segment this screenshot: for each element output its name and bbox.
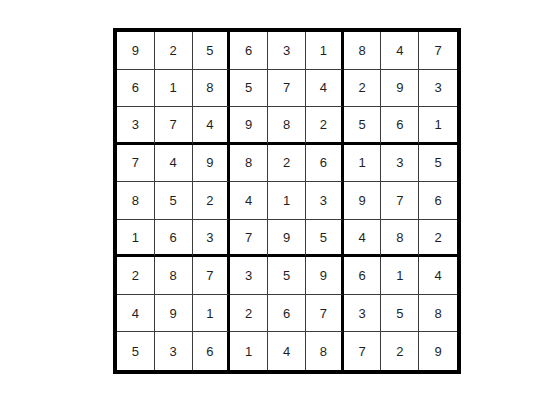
sudoku-cell-r3c7: 5 (344, 107, 382, 145)
sudoku-cell-r6c8: 8 (381, 220, 419, 258)
sudoku-cell-r3c8: 6 (381, 107, 419, 145)
sudoku-cell-r8c8: 5 (381, 295, 419, 333)
sudoku-cell-r5c6: 3 (306, 182, 344, 220)
sudoku-cell-r9c7: 7 (344, 332, 382, 370)
sudoku-cell-r4c1: 7 (117, 145, 155, 183)
sudoku-cell-r6c4: 7 (230, 220, 268, 258)
sudoku-cell-r2c5: 7 (268, 70, 306, 108)
sudoku-cell-r9c1: 5 (117, 332, 155, 370)
sudoku-cell-r8c1: 4 (117, 295, 155, 333)
sudoku-cell-r8c3: 1 (193, 295, 231, 333)
sudoku-cell-r1c4: 6 (230, 32, 268, 70)
sudoku-cell-r3c5: 8 (268, 107, 306, 145)
sudoku-cell-r1c7: 8 (344, 32, 382, 70)
sudoku-cell-r1c5: 3 (268, 32, 306, 70)
sudoku-cell-r6c2: 6 (155, 220, 193, 258)
sudoku-cell-r7c7: 6 (344, 257, 382, 295)
sudoku-cell-r9c2: 3 (155, 332, 193, 370)
sudoku-cell-r9c3: 6 (193, 332, 231, 370)
sudoku-cell-r1c1: 9 (117, 32, 155, 70)
sudoku-cell-r9c8: 2 (381, 332, 419, 370)
sudoku-cell-r7c6: 9 (306, 257, 344, 295)
sudoku-cell-r8c4: 2 (230, 295, 268, 333)
sudoku-cell-r2c4: 5 (230, 70, 268, 108)
sudoku-cell-r5c1: 8 (117, 182, 155, 220)
sudoku-cell-r3c6: 2 (306, 107, 344, 145)
sudoku-cell-r4c2: 4 (155, 145, 193, 183)
sudoku-cell-r6c5: 9 (268, 220, 306, 258)
sudoku-cell-r8c6: 7 (306, 295, 344, 333)
sudoku-cell-r4c3: 9 (193, 145, 231, 183)
sudoku-cell-r3c1: 3 (117, 107, 155, 145)
sudoku-cell-r7c4: 3 (230, 257, 268, 295)
sudoku-cell-r2c1: 6 (117, 70, 155, 108)
sudoku-cell-r8c9: 8 (419, 295, 457, 333)
sudoku-cell-r1c6: 1 (306, 32, 344, 70)
sudoku-cell-r3c4: 9 (230, 107, 268, 145)
sudoku-cell-r2c7: 2 (344, 70, 382, 108)
sudoku-cell-r8c2: 9 (155, 295, 193, 333)
sudoku-cell-r2c9: 3 (419, 70, 457, 108)
sudoku-cell-r7c8: 1 (381, 257, 419, 295)
sudoku-cell-r9c9: 9 (419, 332, 457, 370)
sudoku-cell-r8c7: 3 (344, 295, 382, 333)
sudoku-cell-r5c7: 9 (344, 182, 382, 220)
sudoku-cell-r5c4: 4 (230, 182, 268, 220)
sudoku-cell-r8c5: 6 (268, 295, 306, 333)
sudoku-cell-r4c4: 8 (230, 145, 268, 183)
sudoku-cell-r7c1: 2 (117, 257, 155, 295)
sudoku-cell-r4c6: 6 (306, 145, 344, 183)
sudoku-cell-r6c9: 2 (419, 220, 457, 258)
sudoku-cell-r2c3: 8 (193, 70, 231, 108)
sudoku-cell-r4c8: 3 (381, 145, 419, 183)
sudoku-cell-r7c9: 4 (419, 257, 457, 295)
sudoku-cell-r5c5: 1 (268, 182, 306, 220)
sudoku-cell-r7c2: 8 (155, 257, 193, 295)
sudoku-cell-r4c5: 2 (268, 145, 306, 183)
sudoku-cell-r1c8: 4 (381, 32, 419, 70)
sudoku-cell-r9c5: 4 (268, 332, 306, 370)
sudoku-cell-r7c5: 5 (268, 257, 306, 295)
sudoku-cell-r7c3: 7 (193, 257, 231, 295)
sudoku-cell-r4c9: 5 (419, 145, 457, 183)
sudoku-cell-r2c8: 9 (381, 70, 419, 108)
sudoku-cell-r5c9: 6 (419, 182, 457, 220)
sudoku-cell-r1c2: 2 (155, 32, 193, 70)
sudoku-cell-r9c4: 1 (230, 332, 268, 370)
sudoku-cell-r4c7: 1 (344, 145, 382, 183)
sudoku-cell-r3c2: 7 (155, 107, 193, 145)
sudoku-cell-r6c6: 5 (306, 220, 344, 258)
sudoku-cell-r3c9: 1 (419, 107, 457, 145)
sudoku-cell-r6c3: 3 (193, 220, 231, 258)
sudoku-cell-r1c3: 5 (193, 32, 231, 70)
sudoku-cell-r5c3: 2 (193, 182, 231, 220)
sudoku-board: 9256318476185742933749825617498261358524… (113, 28, 461, 374)
sudoku-cell-r1c9: 7 (419, 32, 457, 70)
sudoku-cell-r9c6: 8 (306, 332, 344, 370)
sudoku-cell-r6c7: 4 (344, 220, 382, 258)
sudoku-cell-r2c6: 4 (306, 70, 344, 108)
sudoku-cell-r5c8: 7 (381, 182, 419, 220)
sudoku-cell-r2c2: 1 (155, 70, 193, 108)
sudoku-cell-r3c3: 4 (193, 107, 231, 145)
sudoku-cell-r5c2: 5 (155, 182, 193, 220)
sudoku-cell-r6c1: 1 (117, 220, 155, 258)
